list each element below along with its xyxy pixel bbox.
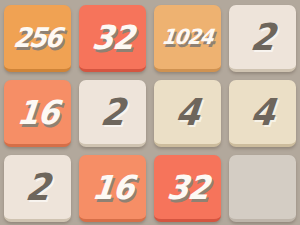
tile-2: 2: [229, 5, 296, 72]
tile-value: 4: [173, 94, 201, 131]
tile-4: 4: [154, 80, 221, 147]
tile-32: 32: [154, 155, 221, 222]
tile-16: 16: [79, 155, 146, 222]
tile-4: 4: [229, 80, 296, 147]
tile-value: 16: [15, 96, 60, 129]
tile-value: 2: [248, 19, 276, 56]
tile-value: 32: [90, 21, 135, 54]
tile-16: 16: [4, 80, 71, 147]
board-2048[interactable]: 25632102421624421632: [0, 0, 300, 225]
tile-value: 4: [248, 94, 276, 131]
tile-2: 2: [79, 80, 146, 147]
tile-1024: 1024: [154, 5, 221, 72]
tile-value: 2: [23, 169, 51, 206]
tile-32: 32: [79, 5, 146, 72]
tile-value: 32: [165, 171, 210, 204]
tile-value: 2: [98, 94, 126, 131]
tile-value: 256: [12, 24, 62, 51]
empty-cell: [229, 155, 296, 222]
tile-256: 256: [4, 5, 71, 72]
tile-value: 1024: [161, 27, 214, 48]
tile-value: 16: [90, 171, 135, 204]
tile-2: 2: [4, 155, 71, 222]
